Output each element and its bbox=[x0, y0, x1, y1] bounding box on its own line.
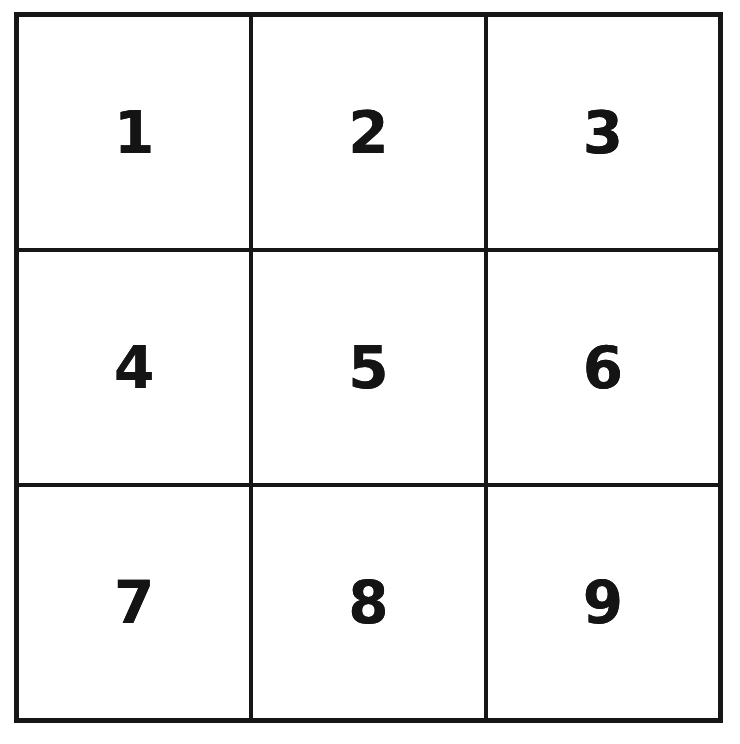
cell-number: 8 bbox=[348, 574, 388, 632]
cell-r1c2[interactable]: 2 bbox=[253, 17, 483, 248]
cell-number: 2 bbox=[348, 104, 388, 162]
cell-number: 3 bbox=[583, 104, 623, 162]
cell-r3c1[interactable]: 7 bbox=[19, 487, 249, 718]
cell-r3c3[interactable]: 9 bbox=[488, 487, 718, 718]
cell-number: 6 bbox=[583, 339, 623, 397]
cell-r1c1[interactable]: 1 bbox=[19, 17, 249, 248]
cell-number: 9 bbox=[583, 574, 623, 632]
cell-number: 5 bbox=[348, 339, 388, 397]
grid-board: 1 2 3 4 5 6 7 8 9 bbox=[14, 12, 723, 723]
figure-canvas: 1 2 3 4 5 6 7 8 9 bbox=[0, 0, 740, 744]
cell-number: 7 bbox=[114, 574, 154, 632]
cell-r2c1[interactable]: 4 bbox=[19, 252, 249, 483]
cell-r1c3[interactable]: 3 bbox=[488, 17, 718, 248]
cell-number: 4 bbox=[114, 339, 154, 397]
cell-r3c2[interactable]: 8 bbox=[253, 487, 483, 718]
cell-r2c3[interactable]: 6 bbox=[488, 252, 718, 483]
cell-number: 1 bbox=[114, 104, 154, 162]
cell-r2c2[interactable]: 5 bbox=[253, 252, 483, 483]
